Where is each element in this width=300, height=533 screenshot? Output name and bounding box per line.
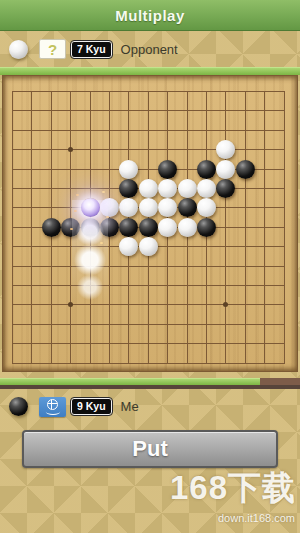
put-button-label: Put — [132, 436, 167, 462]
black-stone — [61, 218, 80, 237]
page-title: Multiplay — [115, 7, 185, 24]
black-stone — [178, 198, 197, 217]
white-stone — [178, 179, 197, 198]
black-stone — [197, 160, 216, 179]
opponent-name: Opponent — [121, 42, 178, 57]
white-stone — [119, 198, 138, 217]
me-rank-badge: 9 Kyu — [71, 398, 112, 415]
watermark-title: 168下载 — [170, 466, 296, 511]
black-stone — [139, 218, 158, 237]
star-point — [68, 302, 73, 307]
unknown-flag-icon: ? — [39, 39, 66, 59]
star-point — [68, 147, 73, 152]
me-timer-fill — [0, 378, 260, 385]
question-mark-icon: ? — [48, 41, 57, 58]
white-stone — [216, 160, 235, 179]
black-stone — [158, 160, 177, 179]
me-name: Me — [121, 399, 139, 414]
white-stone — [139, 237, 158, 256]
opponent-panel: ? 7 Kyu Opponent — [0, 31, 300, 67]
black-stone — [81, 218, 100, 237]
white-stone — [197, 198, 216, 217]
star-point — [223, 302, 228, 307]
put-button[interactable]: Put — [22, 430, 278, 468]
black-stone — [236, 160, 255, 179]
black-stone — [216, 179, 235, 198]
white-stone — [139, 198, 158, 217]
white-stone — [158, 218, 177, 237]
black-stone — [119, 218, 138, 237]
opponent-stone-avatar — [9, 40, 28, 59]
un-laurel-icon — [45, 408, 60, 415]
opponent-rank-badge: 7 Kyu — [71, 41, 112, 58]
game-board[interactable] — [2, 75, 298, 372]
app-header: Multiplay — [0, 0, 300, 31]
black-stone — [197, 218, 216, 237]
black-stone — [42, 218, 61, 237]
white-stone — [216, 140, 235, 159]
white-stone — [197, 179, 216, 198]
black-stone — [100, 218, 119, 237]
white-stone — [158, 179, 177, 198]
board-grid[interactable] — [12, 91, 285, 364]
me-panel: 9 Kyu Me — [0, 389, 300, 424]
white-stone — [139, 179, 158, 198]
app-screen: Multiplay ? 7 Kyu Opponent 9 Kyu Me Put … — [0, 0, 300, 533]
last-move-stone — [81, 198, 100, 217]
me-stone-avatar — [9, 397, 28, 416]
me-timer-bar — [0, 378, 300, 385]
black-stone — [119, 179, 138, 198]
white-stone — [158, 198, 177, 217]
watermark-url: down.it168.com — [218, 512, 295, 524]
white-stone — [100, 198, 119, 217]
white-stone — [119, 160, 138, 179]
white-stone — [178, 218, 197, 237]
un-flag-icon — [39, 397, 66, 417]
opponent-timer-fill — [0, 67, 300, 75]
white-stone — [119, 237, 138, 256]
opponent-timer-bar — [0, 67, 300, 75]
